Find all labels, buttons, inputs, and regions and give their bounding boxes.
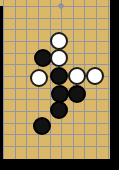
white-stone <box>50 49 68 67</box>
grid-line-horizontal <box>0 146 110 147</box>
white-stone <box>30 69 48 87</box>
grid-line-horizontal <box>0 18 110 19</box>
grid-line-horizontal <box>0 123 110 124</box>
white-stone <box>86 67 104 85</box>
go-board[interactable] <box>0 0 119 170</box>
white-stone <box>68 67 86 85</box>
grid-line-horizontal <box>0 134 110 135</box>
board-edge-right <box>110 0 119 170</box>
go-app-screenshot <box>0 0 119 170</box>
black-stone <box>33 117 51 135</box>
black-stone <box>50 101 68 119</box>
grid-line-horizontal <box>0 29 110 30</box>
star-point-hoshi <box>57 2 64 9</box>
black-stone <box>68 85 86 103</box>
grid-line-horizontal <box>0 6 110 7</box>
black-stone <box>50 67 68 85</box>
white-stone <box>50 32 68 50</box>
grid-line-vertical <box>26 0 27 160</box>
grid-line-vertical <box>3 0 4 160</box>
board-edge-bottom <box>0 159 119 170</box>
board-edge-left <box>0 6 3 170</box>
grid-line-vertical <box>108 0 109 160</box>
grid-line-vertical <box>15 0 16 160</box>
